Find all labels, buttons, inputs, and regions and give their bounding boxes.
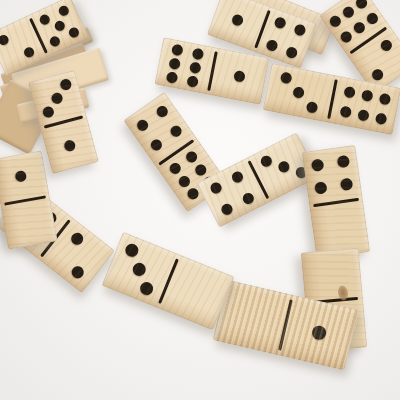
pip — [280, 71, 293, 84]
pip — [169, 124, 184, 139]
pip — [155, 104, 170, 119]
pip — [186, 75, 199, 88]
pip — [138, 280, 155, 297]
half-0-pips — [1, 197, 58, 250]
pip — [311, 158, 325, 172]
pip — [48, 35, 61, 48]
pip — [191, 47, 204, 60]
pip — [193, 162, 208, 177]
pip — [354, 0, 369, 11]
domino-tile-4-3 — [197, 132, 319, 227]
pip — [184, 150, 199, 165]
pip — [168, 57, 181, 70]
pip — [361, 90, 374, 103]
pip — [339, 29, 354, 44]
pip — [364, 11, 379, 26]
pip — [168, 161, 183, 176]
half-0-pips — [301, 248, 363, 301]
pip — [15, 170, 28, 183]
pip — [165, 71, 178, 84]
pip — [370, 67, 385, 82]
pip — [135, 118, 150, 133]
pip — [220, 202, 235, 217]
pip — [171, 43, 184, 56]
pip — [305, 101, 318, 114]
pip — [68, 26, 81, 39]
pip — [69, 264, 86, 281]
pip — [241, 191, 256, 206]
pip — [0, 33, 10, 46]
pip — [343, 86, 356, 99]
pip — [41, 105, 54, 118]
pip — [57, 4, 70, 17]
pip — [285, 45, 299, 59]
pip — [379, 38, 394, 53]
half-4-pips — [302, 145, 363, 205]
pip — [341, 4, 356, 19]
pip — [310, 324, 327, 341]
pip — [231, 13, 245, 27]
pip — [230, 170, 245, 185]
half-1-pips — [209, 48, 270, 105]
pip — [177, 174, 192, 189]
domino-tile-4-0 — [302, 145, 371, 259]
pip — [68, 230, 85, 247]
pip — [293, 24, 307, 38]
domino-tile-3-0 — [102, 232, 235, 331]
pip — [337, 154, 351, 168]
half-3-pips — [263, 63, 335, 122]
pip — [328, 13, 343, 28]
domino-tile-1-0 — [0, 150, 58, 249]
pip — [259, 154, 274, 169]
pip — [209, 180, 224, 195]
pip — [189, 61, 202, 74]
pip — [340, 177, 354, 191]
half-1-pips — [0, 150, 49, 203]
dominoes-photo — [0, 0, 400, 400]
pip — [233, 70, 246, 83]
pip — [50, 92, 63, 105]
half-1-pips — [279, 295, 357, 370]
pip — [59, 78, 72, 91]
pip — [265, 38, 279, 52]
pip — [38, 13, 51, 26]
pip — [273, 16, 287, 30]
pip — [314, 181, 328, 195]
pip — [351, 20, 366, 35]
pip — [53, 19, 66, 32]
pip — [375, 112, 388, 125]
half-6-pips — [154, 37, 215, 94]
pip — [292, 86, 305, 99]
pip — [339, 105, 352, 118]
pip — [131, 261, 148, 278]
pip — [357, 108, 370, 121]
pip — [63, 139, 76, 152]
pip — [185, 186, 200, 201]
pip — [23, 46, 36, 59]
pip — [378, 93, 391, 106]
pip — [124, 242, 141, 259]
half-6-pips — [329, 76, 400, 135]
pip — [149, 137, 164, 152]
pip — [276, 160, 291, 175]
